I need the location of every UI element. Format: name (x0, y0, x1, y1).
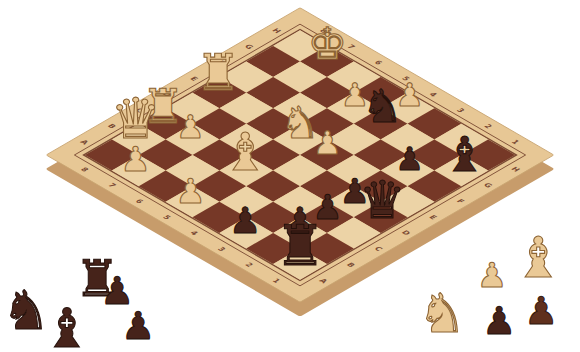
offboard-white-pawn[interactable]: ♟ (477, 258, 507, 292)
offboard-black-bishop[interactable]: ♝ (43, 302, 91, 352)
piece-black-rook-a1[interactable]: ♜ (275, 218, 325, 274)
piece-white-pawn-e4[interactable]: ♟ (313, 127, 342, 159)
piece-black-bishop-g1[interactable]: ♝ (443, 130, 486, 178)
offboard-brown-pawn[interactable]: ♟ (524, 292, 558, 330)
piece-white-pawn-c7[interactable]: ♟ (176, 112, 205, 144)
piece-white-king-h7[interactable]: ♚ (308, 22, 347, 66)
label-rank-north-6: 6 (368, 57, 389, 69)
piece-white-pawn-a7[interactable]: ♟ (120, 142, 150, 176)
piece-black-queen-d1[interactable]: ♛ (359, 174, 406, 226)
chess-illustration: AA88BB77CC66DD55EE44FF33GG22HH11 ♚♜♟♟♜♞♛… (0, 0, 580, 352)
label-rank-south-7: 7 (101, 179, 122, 191)
piece-white-bishop-c5[interactable]: ♝ (222, 126, 269, 178)
piece-white-rook-e8[interactable]: ♜ (195, 48, 240, 98)
offboard-black-pawn[interactable]: ♟ (121, 307, 155, 345)
label-rank-north-4: 4 (423, 88, 444, 100)
label-file-west-G: G (238, 41, 259, 53)
label-rank-south-6: 6 (129, 195, 150, 207)
label-rank-south-4: 4 (184, 227, 205, 239)
label-file-west-A: A (74, 136, 95, 148)
piece-white-pawn-a5[interactable]: ♟ (175, 173, 205, 207)
piece-black-pawn-a3[interactable]: ♟ (229, 203, 261, 239)
label-rank-south-5: 5 (156, 211, 177, 223)
label-rank-north-3: 3 (450, 104, 471, 116)
label-rank-north-1: 1 (505, 136, 526, 148)
piece-black-knight-g4[interactable]: ♞ (362, 84, 403, 130)
offboard-white-knight[interactable]: ♞ (418, 287, 466, 341)
label-rank-south-2: 2 (238, 259, 259, 271)
label-file-west-H: H (266, 25, 287, 37)
offboard-black-pawn[interactable]: ♟ (482, 302, 516, 340)
offboard-white-bishop[interactable]: ♝ (513, 230, 563, 286)
label-rank-south-3: 3 (211, 243, 232, 255)
label-rank-south-8: 8 (74, 163, 95, 175)
